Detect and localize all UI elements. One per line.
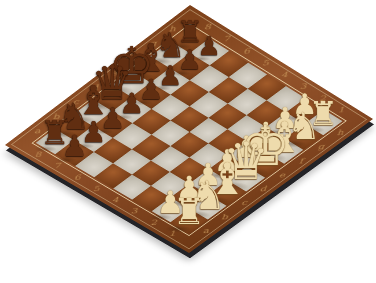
product-photo: 87654321 87654321 hgfedcba hgfedcba ♜♞♝♛… — [0, 0, 376, 283]
board-grid — [36, 27, 343, 234]
chess-board: 87654321 87654321 hgfedcba hgfedcba — [5, 5, 373, 253]
